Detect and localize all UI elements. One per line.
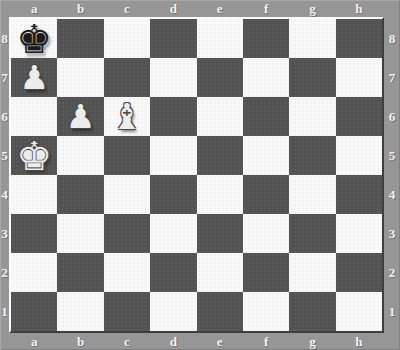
square-b8[interactable]	[57, 19, 103, 58]
rank-label: 2	[384, 253, 400, 292]
square-e6[interactable]	[197, 97, 243, 136]
square-g8[interactable]	[289, 19, 335, 58]
file-label: d	[150, 333, 196, 350]
square-e5[interactable]	[197, 136, 243, 175]
rank-label: 1	[0, 292, 9, 331]
rank-label: 5	[384, 136, 400, 175]
square-f7[interactable]	[243, 58, 289, 97]
square-b6[interactable]: ♟	[57, 97, 103, 136]
square-a2[interactable]	[11, 253, 57, 292]
square-h2[interactable]	[336, 253, 382, 292]
square-e2[interactable]	[197, 253, 243, 292]
chess-board: ♚♟♟♝♚	[9, 17, 384, 333]
square-c3[interactable]	[104, 214, 150, 253]
file-label: c	[104, 333, 150, 350]
file-labels-top: abcdefgh	[11, 0, 382, 17]
square-b3[interactable]	[57, 214, 103, 253]
square-a1[interactable]	[11, 292, 57, 331]
rank-labels-right: 87654321	[384, 19, 400, 331]
square-d5[interactable]	[150, 136, 196, 175]
square-e4[interactable]	[197, 175, 243, 214]
rank-label: 7	[384, 58, 400, 97]
rank-label: 8	[0, 19, 9, 58]
rank-label: 6	[384, 97, 400, 136]
square-c2[interactable]	[104, 253, 150, 292]
square-f2[interactable]	[243, 253, 289, 292]
rank-label: 3	[384, 214, 400, 253]
square-b7[interactable]	[57, 58, 103, 97]
rank-label: 1	[384, 292, 400, 331]
square-c1[interactable]	[104, 292, 150, 331]
square-e8[interactable]	[197, 19, 243, 58]
file-label: g	[289, 333, 335, 350]
square-g6[interactable]	[289, 97, 335, 136]
white-pawn-piece[interactable]: ♟	[19, 61, 49, 94]
square-d1[interactable]	[150, 292, 196, 331]
square-f1[interactable]	[243, 292, 289, 331]
rank-label: 4	[0, 175, 9, 214]
square-c4[interactable]	[104, 175, 150, 214]
file-label: a	[11, 0, 57, 17]
file-label: e	[197, 0, 243, 17]
square-b5[interactable]	[57, 136, 103, 175]
square-c6[interactable]: ♝	[104, 97, 150, 136]
square-g2[interactable]	[289, 253, 335, 292]
square-f8[interactable]	[243, 19, 289, 58]
square-c8[interactable]	[104, 19, 150, 58]
file-label: h	[336, 333, 382, 350]
white-bishop-piece[interactable]: ♝	[111, 99, 143, 135]
square-a7[interactable]: ♟	[11, 58, 57, 97]
rank-label: 7	[0, 58, 9, 97]
square-a5[interactable]: ♚	[11, 136, 57, 175]
file-label: d	[150, 0, 196, 17]
square-a6[interactable]	[11, 97, 57, 136]
square-a4[interactable]	[11, 175, 57, 214]
square-d3[interactable]	[150, 214, 196, 253]
square-d6[interactable]	[150, 97, 196, 136]
file-label: c	[104, 0, 150, 17]
file-label: a	[11, 333, 57, 350]
square-c5[interactable]	[104, 136, 150, 175]
square-a8[interactable]: ♚	[11, 19, 57, 58]
square-f4[interactable]	[243, 175, 289, 214]
white-king-piece[interactable]: ♚	[16, 136, 52, 175]
black-king-piece[interactable]: ♚	[16, 19, 52, 58]
square-g3[interactable]	[289, 214, 335, 253]
file-label: f	[243, 333, 289, 350]
square-c7[interactable]	[104, 58, 150, 97]
square-h5[interactable]	[336, 136, 382, 175]
rank-label: 2	[0, 253, 9, 292]
square-h8[interactable]	[336, 19, 382, 58]
square-h7[interactable]	[336, 58, 382, 97]
rank-labels-left: 87654321	[0, 19, 9, 331]
square-f6[interactable]	[243, 97, 289, 136]
square-d8[interactable]	[150, 19, 196, 58]
square-e1[interactable]	[197, 292, 243, 331]
square-h4[interactable]	[336, 175, 382, 214]
square-b2[interactable]	[57, 253, 103, 292]
square-a3[interactable]	[11, 214, 57, 253]
square-d4[interactable]	[150, 175, 196, 214]
square-e7[interactable]	[197, 58, 243, 97]
square-b1[interactable]	[57, 292, 103, 331]
rank-label: 3	[0, 214, 9, 253]
square-h3[interactable]	[336, 214, 382, 253]
file-labels-bottom: abcdefgh	[11, 333, 382, 350]
chess-board-window: abcdefgh 87654321 ♚♟♟♝♚ 87654321 abcdefg…	[0, 0, 400, 350]
square-g1[interactable]	[289, 292, 335, 331]
file-label: f	[243, 0, 289, 17]
square-h1[interactable]	[336, 292, 382, 331]
square-h6[interactable]	[336, 97, 382, 136]
white-pawn-piece[interactable]: ♟	[66, 100, 96, 133]
file-label: e	[197, 333, 243, 350]
rank-label: 4	[384, 175, 400, 214]
file-label: h	[336, 0, 382, 17]
square-e3[interactable]	[197, 214, 243, 253]
square-f5[interactable]	[243, 136, 289, 175]
rank-label: 6	[0, 97, 9, 136]
square-d7[interactable]	[150, 58, 196, 97]
file-label: g	[289, 0, 335, 17]
file-label: b	[57, 333, 103, 350]
square-d2[interactable]	[150, 253, 196, 292]
file-label: b	[57, 0, 103, 17]
square-g5[interactable]	[289, 136, 335, 175]
rank-label: 5	[0, 136, 9, 175]
square-g7[interactable]	[289, 58, 335, 97]
square-b4[interactable]	[57, 175, 103, 214]
rank-label: 8	[384, 19, 400, 58]
square-g4[interactable]	[289, 175, 335, 214]
square-f3[interactable]	[243, 214, 289, 253]
